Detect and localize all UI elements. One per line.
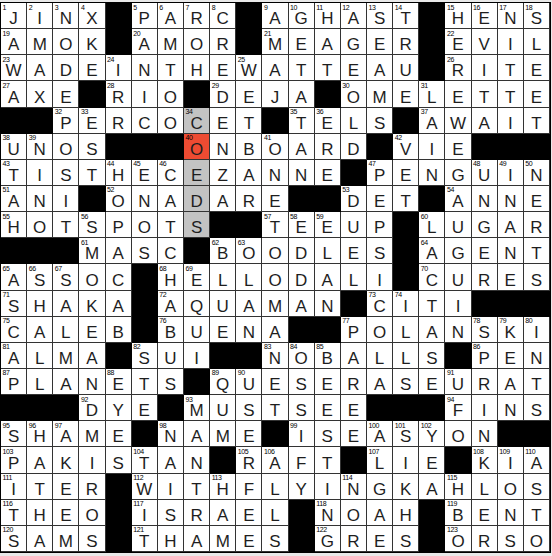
grid-cell-r16c9[interactable]: U — [210, 395, 236, 421]
grid-cell-r5c19[interactable]: A — [472, 108, 498, 134]
grid-cell-r13c15[interactable]: O — [367, 317, 393, 343]
grid-cell-r9c7[interactable]: T — [158, 212, 184, 238]
grid-cell-r2c2[interactable]: M — [27, 29, 53, 55]
grid-cell-r11c3[interactable]: 67S — [53, 264, 79, 290]
grid-cell-r3c3[interactable]: D — [53, 55, 79, 81]
grid-cell-r14c13[interactable]: 85B — [315, 343, 341, 369]
grid-cell-r11c19[interactable]: R — [472, 264, 498, 290]
grid-cell-r14c2[interactable]: L — [27, 343, 53, 369]
grid-cell-r6c17[interactable]: I — [419, 134, 445, 160]
grid-cell-r2c20[interactable]: I — [498, 29, 524, 55]
grid-cell-r16c14[interactable]: E — [341, 395, 367, 421]
grid-cell-r19c4[interactable]: R — [79, 474, 105, 500]
grid-cell-r7c16[interactable]: E — [393, 160, 419, 186]
grid-cell-r2c15[interactable]: E — [367, 29, 393, 55]
grid-cell-r15c17[interactable]: E — [419, 369, 445, 395]
grid-cell-r11c17[interactable]: 70C — [419, 264, 445, 290]
grid-cell-r4c11[interactable]: J — [262, 81, 288, 107]
grid-cell-r6c18[interactable]: E — [445, 134, 471, 160]
grid-cell-r19c16[interactable]: K — [393, 474, 419, 500]
grid-cell-r19c7[interactable]: I — [158, 474, 184, 500]
grid-cell-r16c6[interactable]: E — [132, 395, 158, 421]
grid-cell-r7c9[interactable]: Z — [210, 160, 236, 186]
grid-cell-r13c7[interactable]: 76B — [158, 317, 184, 343]
grid-cell-r10c20[interactable]: N — [498, 238, 524, 264]
grid-cell-r2c7[interactable]: M — [158, 29, 184, 55]
grid-cell-r12c15[interactable]: 73C — [367, 291, 393, 317]
grid-cell-r2c4[interactable]: K — [79, 29, 105, 55]
grid-cell-r17c7[interactable]: 98N — [158, 421, 184, 447]
grid-cell-r11c9[interactable]: L — [210, 264, 236, 290]
grid-cell-r13c17[interactable]: A — [419, 317, 445, 343]
grid-cell-r20c7[interactable]: S — [158, 500, 184, 526]
grid-cell-r19c6[interactable]: 112W — [132, 474, 158, 500]
grid-cell-r18c1[interactable]: 103P — [1, 447, 27, 473]
grid-cell-r20c20[interactable]: N — [498, 500, 524, 526]
grid-cell-r21c11[interactable]: S — [262, 526, 288, 552]
grid-cell-r21c18[interactable]: 123O — [445, 526, 471, 552]
grid-cell-r11c14[interactable]: L — [341, 264, 367, 290]
grid-cell-r20c18[interactable]: 119B — [445, 500, 471, 526]
grid-cell-r3c8[interactable]: H — [184, 55, 210, 81]
grid-cell-r21c19[interactable]: R — [472, 526, 498, 552]
grid-cell-r7c13[interactable]: E — [315, 160, 341, 186]
grid-cell-r6c14[interactable]: D — [341, 134, 367, 160]
grid-cell-r5c4[interactable]: 33E — [79, 108, 105, 134]
grid-cell-r19c1[interactable]: 111I — [1, 474, 27, 500]
grid-cell-r21c1[interactable]: 120S — [1, 526, 27, 552]
grid-cell-r13c19[interactable]: 78S — [472, 317, 498, 343]
grid-cell-r18c13[interactable]: T — [315, 447, 341, 473]
grid-cell-r14c12[interactable]: 84O — [289, 343, 315, 369]
grid-cell-r8c10[interactable]: R — [236, 186, 262, 212]
grid-cell-r4c16[interactable]: E — [393, 81, 419, 107]
grid-cell-r13c1[interactable]: 75C — [1, 317, 27, 343]
grid-cell-r4c19[interactable]: T — [472, 81, 498, 107]
grid-cell-r9c6[interactable]: O — [132, 212, 158, 238]
grid-cell-r11c18[interactable]: U — [445, 264, 471, 290]
grid-cell-r1c1[interactable]: 1J — [1, 3, 27, 29]
grid-cell-r3c13[interactable]: T — [315, 55, 341, 81]
grid-cell-r7c10[interactable]: A — [236, 160, 262, 186]
grid-cell-r10c13[interactable]: L — [315, 238, 341, 264]
grid-cell-r4c6[interactable]: I — [132, 81, 158, 107]
grid-cell-r19c19[interactable]: L — [472, 474, 498, 500]
grid-cell-r16c4[interactable]: 92D — [79, 395, 105, 421]
grid-cell-r18c5[interactable]: S — [106, 447, 132, 473]
grid-cell-r13c3[interactable]: L — [53, 317, 79, 343]
grid-cell-r3c21[interactable]: E — [524, 55, 550, 81]
grid-cell-r3c4[interactable]: E — [79, 55, 105, 81]
grid-cell-r9c18[interactable]: U — [445, 212, 471, 238]
grid-cell-r1c8[interactable]: 7R — [184, 3, 210, 29]
grid-cell-r13c8[interactable]: U — [184, 317, 210, 343]
grid-cell-r15c20[interactable]: A — [498, 369, 524, 395]
grid-cell-r3c16[interactable]: U — [393, 55, 419, 81]
grid-cell-r9c20[interactable]: A — [498, 212, 524, 238]
grid-cell-r14c14[interactable]: A — [341, 343, 367, 369]
grid-cell-r19c14[interactable]: 114N — [341, 474, 367, 500]
grid-cell-r8c9[interactable]: A — [210, 186, 236, 212]
grid-cell-r7c15[interactable]: 47P — [367, 160, 393, 186]
grid-cell-r17c17[interactable]: 102Y — [419, 421, 445, 447]
grid-cell-r21c6[interactable]: 121T — [132, 526, 158, 552]
grid-cell-r14c15[interactable]: L — [367, 343, 393, 369]
grid-cell-r17c10[interactable]: E — [236, 421, 262, 447]
grid-cell-r13c16[interactable]: L — [393, 317, 419, 343]
grid-cell-r19c15[interactable]: G — [367, 474, 393, 500]
grid-cell-r21c9[interactable]: M — [210, 526, 236, 552]
grid-cell-r7c3[interactable]: S — [53, 160, 79, 186]
grid-cell-r1c12[interactable]: 10G — [289, 3, 315, 29]
grid-cell-r6c8[interactable]: 40O — [184, 134, 210, 160]
grid-cell-r14c20[interactable]: E — [498, 343, 524, 369]
grid-cell-r14c11[interactable]: 83N — [262, 343, 288, 369]
grid-cell-r9c19[interactable]: G — [472, 212, 498, 238]
grid-cell-r5c18[interactable]: W — [445, 108, 471, 134]
grid-cell-r13c5[interactable]: B — [106, 317, 132, 343]
grid-cell-r19c10[interactable]: F — [236, 474, 262, 500]
grid-cell-r20c4[interactable]: O — [79, 500, 105, 526]
grid-cell-r2c19[interactable]: V — [472, 29, 498, 55]
grid-cell-r21c16[interactable]: S — [393, 526, 419, 552]
grid-cell-r18c7[interactable]: A — [158, 447, 184, 473]
grid-cell-r15c7[interactable]: S — [158, 369, 184, 395]
grid-cell-r16c11[interactable]: T — [262, 395, 288, 421]
grid-cell-r18c15[interactable]: 107L — [367, 447, 393, 473]
grid-cell-r5c8[interactable]: 34C — [184, 108, 210, 134]
grid-cell-r11c20[interactable]: E — [498, 264, 524, 290]
grid-cell-r2c18[interactable]: 22E — [445, 29, 471, 55]
grid-cell-r21c15[interactable]: E — [367, 526, 393, 552]
grid-cell-r12c4[interactable]: K — [79, 291, 105, 317]
grid-cell-r13c20[interactable]: 79K — [498, 317, 524, 343]
grid-cell-r4c21[interactable]: E — [524, 81, 550, 107]
grid-cell-r19c3[interactable]: E — [53, 474, 79, 500]
grid-cell-r15c12[interactable]: S — [289, 369, 315, 395]
grid-cell-r18c16[interactable]: I — [393, 447, 419, 473]
grid-cell-r5c5[interactable]: R — [106, 108, 132, 134]
grid-cell-r17c4[interactable]: M — [79, 421, 105, 447]
grid-cell-r4c2[interactable]: X — [27, 81, 53, 107]
grid-cell-r18c19[interactable]: 108K — [472, 447, 498, 473]
grid-cell-r20c14[interactable]: O — [341, 500, 367, 526]
grid-cell-r14c4[interactable]: A — [79, 343, 105, 369]
grid-cell-r6c12[interactable]: A — [289, 134, 315, 160]
grid-cell-r8c20[interactable]: N — [498, 186, 524, 212]
grid-cell-r7c1[interactable]: 43T — [1, 160, 27, 186]
grid-cell-r16c8[interactable]: 93M — [184, 395, 210, 421]
grid-cell-r15c5[interactable]: 88E — [106, 369, 132, 395]
grid-cell-r15c2[interactable]: L — [27, 369, 53, 395]
grid-cell-r5c10[interactable]: T — [236, 108, 262, 134]
grid-cell-r10c15[interactable]: S — [367, 238, 393, 264]
grid-cell-r18c6[interactable]: 104T — [132, 447, 158, 473]
grid-cell-r5c6[interactable]: C — [132, 108, 158, 134]
grid-cell-r10c10[interactable]: 63O — [236, 238, 262, 264]
grid-cell-r7c12[interactable]: N — [289, 160, 315, 186]
grid-cell-r15c14[interactable]: R — [341, 369, 367, 395]
grid-cell-r15c1[interactable]: 87P — [1, 369, 27, 395]
grid-cell-r11c1[interactable]: 65A — [1, 264, 27, 290]
grid-cell-r15c4[interactable]: N — [79, 369, 105, 395]
grid-cell-r11c15[interactable]: I — [367, 264, 393, 290]
grid-cell-r21c3[interactable]: M — [53, 526, 79, 552]
grid-cell-r9c1[interactable]: 55H — [1, 212, 27, 238]
grid-cell-r4c7[interactable]: O — [158, 81, 184, 107]
grid-cell-r17c14[interactable]: E — [341, 421, 367, 447]
grid-cell-r11c21[interactable]: S — [524, 264, 550, 290]
grid-cell-r1c11[interactable]: 9A — [262, 3, 288, 29]
grid-cell-r6c13[interactable]: R — [315, 134, 341, 160]
grid-cell-r20c3[interactable]: E — [53, 500, 79, 526]
grid-cell-r18c4[interactable]: I — [79, 447, 105, 473]
grid-cell-r5c12[interactable]: 35T — [289, 108, 315, 134]
grid-cell-r13c18[interactable]: N — [445, 317, 471, 343]
grid-cell-r2c3[interactable]: O — [53, 29, 79, 55]
grid-cell-r11c12[interactable]: D — [289, 264, 315, 290]
grid-cell-r2c21[interactable]: L — [524, 29, 550, 55]
grid-cell-r15c19[interactable]: R — [472, 369, 498, 395]
grid-cell-r20c15[interactable]: A — [367, 500, 393, 526]
grid-cell-r17c12[interactable]: 99I — [289, 421, 315, 447]
grid-cell-r20c21[interactable]: T — [524, 500, 550, 526]
grid-cell-r5c15[interactable]: S — [367, 108, 393, 134]
grid-cell-r14c17[interactable]: S — [419, 343, 445, 369]
grid-cell-r15c15[interactable]: A — [367, 369, 393, 395]
grid-cell-r19c21[interactable]: S — [524, 474, 550, 500]
grid-cell-r8c14[interactable]: 53D — [341, 186, 367, 212]
grid-cell-r10c18[interactable]: G — [445, 238, 471, 264]
grid-cell-r17c19[interactable]: N — [472, 421, 498, 447]
grid-cell-r8c5[interactable]: 52O — [106, 186, 132, 212]
grid-cell-r12c10[interactable]: A — [236, 291, 262, 317]
grid-cell-r12c3[interactable]: A — [53, 291, 79, 317]
grid-cell-r9c8[interactable]: S — [184, 212, 210, 238]
grid-cell-r11c4[interactable]: O — [79, 264, 105, 290]
grid-cell-r2c14[interactable]: G — [341, 29, 367, 55]
grid-cell-r9c13[interactable]: 59E — [315, 212, 341, 238]
grid-cell-r12c16[interactable]: 74I — [393, 291, 419, 317]
grid-cell-r17c15[interactable]: 100A — [367, 421, 393, 447]
grid-cell-r5c3[interactable]: 32P — [53, 108, 79, 134]
grid-cell-r5c17[interactable]: 37A — [419, 108, 445, 134]
grid-cell-r13c10[interactable]: N — [236, 317, 262, 343]
grid-cell-r9c11[interactable]: 57T — [262, 212, 288, 238]
grid-cell-r1c2[interactable]: 2I — [27, 3, 53, 29]
grid-cell-r13c2[interactable]: A — [27, 317, 53, 343]
grid-cell-r1c13[interactable]: 11H — [315, 3, 341, 29]
grid-cell-r18c17[interactable]: E — [419, 447, 445, 473]
grid-cell-r13c11[interactable]: A — [262, 317, 288, 343]
grid-cell-r2c6[interactable]: 20A — [132, 29, 158, 55]
grid-cell-r3c10[interactable]: 25W — [236, 55, 262, 81]
grid-cell-r3c20[interactable]: T — [498, 55, 524, 81]
grid-cell-r15c16[interactable]: S — [393, 369, 419, 395]
grid-cell-r1c19[interactable]: 16E — [472, 3, 498, 29]
grid-cell-r5c21[interactable]: T — [524, 108, 550, 134]
grid-cell-r4c15[interactable]: M — [367, 81, 393, 107]
grid-cell-r7c11[interactable]: N — [262, 160, 288, 186]
grid-cell-r7c6[interactable]: 45E — [132, 160, 158, 186]
grid-cell-r1c9[interactable]: 8C — [210, 3, 236, 29]
grid-cell-r3c9[interactable]: E — [210, 55, 236, 81]
grid-cell-r13c14[interactable]: 77P — [341, 317, 367, 343]
grid-cell-r17c1[interactable]: 95S — [1, 421, 27, 447]
grid-cell-r2c1[interactable]: 19A — [1, 29, 27, 55]
grid-cell-r17c3[interactable]: 97A — [53, 421, 79, 447]
grid-cell-r14c16[interactable]: L — [393, 343, 419, 369]
grid-cell-r14c3[interactable]: M — [53, 343, 79, 369]
grid-cell-r3c12[interactable]: T — [289, 55, 315, 81]
grid-cell-r1c16[interactable]: 14T — [393, 3, 419, 29]
grid-cell-r7c21[interactable]: 50N — [524, 160, 550, 186]
grid-cell-r2c13[interactable]: A — [315, 29, 341, 55]
grid-cell-r7c7[interactable]: 46C — [158, 160, 184, 186]
grid-cell-r17c13[interactable]: S — [315, 421, 341, 447]
grid-cell-r3c6[interactable]: N — [132, 55, 158, 81]
grid-cell-r21c4[interactable]: S — [79, 526, 105, 552]
grid-cell-r18c12[interactable]: F — [289, 447, 315, 473]
grid-cell-r8c19[interactable]: N — [472, 186, 498, 212]
grid-cell-r21c20[interactable]: S — [498, 526, 524, 552]
grid-cell-r19c13[interactable]: I — [315, 474, 341, 500]
grid-cell-r1c20[interactable]: 17N — [498, 3, 524, 29]
grid-cell-r8c1[interactable]: 51A — [1, 186, 27, 212]
grid-cell-r9c5[interactable]: P — [106, 212, 132, 238]
grid-cell-r20c8[interactable]: R — [184, 500, 210, 526]
grid-cell-r10c17[interactable]: 64A — [419, 238, 445, 264]
grid-cell-r12c11[interactable]: M — [262, 291, 288, 317]
grid-cell-r6c16[interactable]: 42V — [393, 134, 419, 160]
grid-cell-r10c12[interactable]: D — [289, 238, 315, 264]
grid-cell-r5c13[interactable]: 36E — [315, 108, 341, 134]
grid-cell-r10c7[interactable]: C — [158, 238, 184, 264]
grid-cell-r14c21[interactable]: N — [524, 343, 550, 369]
grid-cell-r12c12[interactable]: A — [289, 291, 315, 317]
grid-cell-r14c7[interactable]: U — [158, 343, 184, 369]
grid-cell-r19c17[interactable]: A — [419, 474, 445, 500]
grid-cell-r9c2[interactable]: O — [27, 212, 53, 238]
grid-cell-r5c20[interactable]: I — [498, 108, 524, 134]
grid-cell-r9c17[interactable]: 60L — [419, 212, 445, 238]
grid-cell-r1c21[interactable]: 18S — [524, 3, 550, 29]
grid-cell-r13c4[interactable]: E — [79, 317, 105, 343]
grid-cell-r6c2[interactable]: 39N — [27, 134, 53, 160]
grid-cell-r20c10[interactable]: E — [236, 500, 262, 526]
grid-cell-r7c5[interactable]: 44H — [106, 160, 132, 186]
grid-cell-r2c11[interactable]: 21M — [262, 29, 288, 55]
grid-cell-r12c1[interactable]: 71S — [1, 291, 27, 317]
grid-cell-r20c1[interactable]: 116T — [1, 500, 27, 526]
grid-cell-r9c3[interactable]: T — [53, 212, 79, 238]
grid-cell-r7c19[interactable]: 48U — [472, 160, 498, 186]
grid-cell-r16c21[interactable]: S — [524, 395, 550, 421]
grid-cell-r2c16[interactable]: R — [393, 29, 419, 55]
grid-cell-r5c9[interactable]: E — [210, 108, 236, 134]
grid-cell-r17c16[interactable]: 101S — [393, 421, 419, 447]
grid-cell-r19c20[interactable]: O — [498, 474, 524, 500]
grid-cell-r16c5[interactable]: Y — [106, 395, 132, 421]
grid-cell-r2c9[interactable]: R — [210, 29, 236, 55]
grid-cell-r1c6[interactable]: 5P — [132, 3, 158, 29]
grid-cell-r15c10[interactable]: 90U — [236, 369, 262, 395]
grid-cell-r3c18[interactable]: 26R — [445, 55, 471, 81]
grid-cell-r18c10[interactable]: 105R — [236, 447, 262, 473]
grid-cell-r11c7[interactable]: 68H — [158, 264, 184, 290]
grid-cell-r14c1[interactable]: 81A — [1, 343, 27, 369]
grid-cell-r5c14[interactable]: L — [341, 108, 367, 134]
grid-cell-r16c10[interactable]: S — [236, 395, 262, 421]
grid-cell-r10c6[interactable]: S — [132, 238, 158, 264]
grid-cell-r5c7[interactable]: O — [158, 108, 184, 134]
grid-cell-r11c5[interactable]: C — [106, 264, 132, 290]
grid-cell-r6c1[interactable]: 38U — [1, 134, 27, 160]
grid-cell-r3c15[interactable]: A — [367, 55, 393, 81]
grid-cell-r3c5[interactable]: 24I — [106, 55, 132, 81]
grid-cell-r8c2[interactable]: N — [27, 186, 53, 212]
grid-cell-r21c10[interactable]: E — [236, 526, 262, 552]
grid-cell-r10c21[interactable]: T — [524, 238, 550, 264]
grid-cell-r11c13[interactable]: A — [315, 264, 341, 290]
grid-cell-r2c8[interactable]: O — [184, 29, 210, 55]
grid-cell-r11c8[interactable]: 69E — [184, 264, 210, 290]
grid-cell-r16c12[interactable]: S — [289, 395, 315, 421]
grid-cell-r4c12[interactable]: A — [289, 81, 315, 107]
grid-cell-r10c9[interactable]: 62B — [210, 238, 236, 264]
grid-cell-r6c9[interactable]: N — [210, 134, 236, 160]
grid-cell-r19c18[interactable]: 115H — [445, 474, 471, 500]
grid-cell-r16c13[interactable]: E — [315, 395, 341, 421]
grid-cell-r15c3[interactable]: A — [53, 369, 79, 395]
grid-cell-r14c6[interactable]: 82S — [132, 343, 158, 369]
grid-cell-r4c5[interactable]: 28R — [106, 81, 132, 107]
grid-cell-r7c20[interactable]: 49I — [498, 160, 524, 186]
grid-cell-r3c2[interactable]: A — [27, 55, 53, 81]
grid-cell-r7c2[interactable]: I — [27, 160, 53, 186]
grid-cell-r1c14[interactable]: 12A — [341, 3, 367, 29]
grid-cell-r15c6[interactable]: T — [132, 369, 158, 395]
grid-cell-r7c17[interactable]: N — [419, 160, 445, 186]
grid-cell-r15c11[interactable]: E — [262, 369, 288, 395]
grid-cell-r20c16[interactable]: H — [393, 500, 419, 526]
grid-cell-r7c4[interactable]: T — [79, 160, 105, 186]
grid-cell-r18c20[interactable]: 109I — [498, 447, 524, 473]
grid-cell-r18c8[interactable]: N — [184, 447, 210, 473]
grid-cell-r7c18[interactable]: G — [445, 160, 471, 186]
grid-cell-r16c18[interactable]: 94F — [445, 395, 471, 421]
grid-cell-r17c2[interactable]: 96H — [27, 421, 53, 447]
grid-cell-r10c11[interactable]: O — [262, 238, 288, 264]
grid-cell-r3c1[interactable]: 23W — [1, 55, 27, 81]
grid-cell-r21c8[interactable]: A — [184, 526, 210, 552]
grid-cell-r10c5[interactable]: A — [106, 238, 132, 264]
grid-cell-r6c10[interactable]: B — [236, 134, 262, 160]
grid-cell-r3c7[interactable]: T — [158, 55, 184, 81]
grid-cell-r10c14[interactable]: E — [341, 238, 367, 264]
grid-cell-r10c4[interactable]: 61M — [79, 238, 105, 264]
grid-cell-r8c11[interactable]: E — [262, 186, 288, 212]
grid-cell-r8c7[interactable]: A — [158, 186, 184, 212]
grid-cell-r11c11[interactable]: O — [262, 264, 288, 290]
grid-cell-r14c8[interactable]: I — [184, 343, 210, 369]
grid-cell-r6c11[interactable]: 41O — [262, 134, 288, 160]
grid-cell-r19c2[interactable]: T — [27, 474, 53, 500]
grid-cell-r11c10[interactable]: L — [236, 264, 262, 290]
grid-cell-r18c11[interactable]: 106A — [262, 447, 288, 473]
grid-cell-r16c20[interactable]: N — [498, 395, 524, 421]
grid-cell-r15c18[interactable]: 91U — [445, 369, 471, 395]
